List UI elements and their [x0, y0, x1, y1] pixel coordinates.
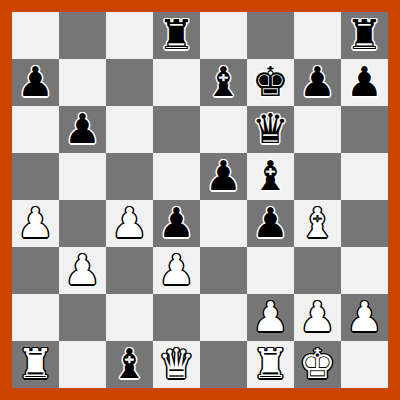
square-e5[interactable]: ♟	[200, 153, 247, 200]
piece-black-pawn-a7[interactable]: ♟	[12, 59, 59, 106]
square-a5[interactable]	[12, 153, 59, 200]
square-a6[interactable]	[12, 106, 59, 153]
square-d2[interactable]	[153, 294, 200, 341]
piece-white-pawn-b3[interactable]: ♟	[59, 247, 106, 294]
square-h4[interactable]	[341, 200, 388, 247]
square-a7[interactable]: ♟	[12, 59, 59, 106]
square-c5[interactable]	[106, 153, 153, 200]
square-h3[interactable]	[341, 247, 388, 294]
square-b4[interactable]	[59, 200, 106, 247]
square-c7[interactable]	[106, 59, 153, 106]
piece-white-pawn-f2[interactable]: ♟	[247, 294, 294, 341]
square-b2[interactable]	[59, 294, 106, 341]
chess-board: ♜♜♟♝♚♟♟♟♛♟♝♟♟♟♟♝♟♟♟♟♟♜♝♛♜♚	[12, 12, 388, 388]
square-c4[interactable]: ♟	[106, 200, 153, 247]
square-b5[interactable]	[59, 153, 106, 200]
square-f3[interactable]	[247, 247, 294, 294]
square-f7[interactable]: ♚	[247, 59, 294, 106]
piece-white-pawn-d3[interactable]: ♟	[153, 247, 200, 294]
piece-white-rook-a1[interactable]: ♜	[12, 341, 59, 388]
square-e6[interactable]	[200, 106, 247, 153]
square-d4[interactable]: ♟	[153, 200, 200, 247]
square-a3[interactable]	[12, 247, 59, 294]
square-c8[interactable]	[106, 12, 153, 59]
piece-white-pawn-g2[interactable]: ♟	[294, 294, 341, 341]
piece-black-pawn-e5[interactable]: ♟	[200, 153, 247, 200]
square-c3[interactable]	[106, 247, 153, 294]
square-d6[interactable]	[153, 106, 200, 153]
square-c1[interactable]: ♝	[106, 341, 153, 388]
square-f6[interactable]: ♛	[247, 106, 294, 153]
piece-white-pawn-c4[interactable]: ♟	[106, 200, 153, 247]
square-g6[interactable]	[294, 106, 341, 153]
square-e8[interactable]	[200, 12, 247, 59]
square-a1[interactable]: ♜	[12, 341, 59, 388]
square-a2[interactable]	[12, 294, 59, 341]
board-frame: ♜♜♟♝♚♟♟♟♛♟♝♟♟♟♟♝♟♟♟♟♟♜♝♛♜♚	[0, 0, 400, 400]
square-d8[interactable]: ♜	[153, 12, 200, 59]
square-h5[interactable]	[341, 153, 388, 200]
piece-white-king-g1[interactable]: ♚	[294, 341, 341, 388]
square-b7[interactable]	[59, 59, 106, 106]
square-b3[interactable]: ♟	[59, 247, 106, 294]
square-f8[interactable]	[247, 12, 294, 59]
square-h2[interactable]: ♟	[341, 294, 388, 341]
square-h8[interactable]: ♜	[341, 12, 388, 59]
piece-black-bishop-f5[interactable]: ♝	[247, 153, 294, 200]
square-d1[interactable]: ♛	[153, 341, 200, 388]
square-d5[interactable]	[153, 153, 200, 200]
square-e1[interactable]	[200, 341, 247, 388]
piece-black-king-f7[interactable]: ♚	[247, 59, 294, 106]
square-e7[interactable]: ♝	[200, 59, 247, 106]
piece-black-bishop-e7[interactable]: ♝	[200, 59, 247, 106]
square-e4[interactable]	[200, 200, 247, 247]
square-e2[interactable]	[200, 294, 247, 341]
piece-white-pawn-a4[interactable]: ♟	[12, 200, 59, 247]
square-g5[interactable]	[294, 153, 341, 200]
piece-black-rook-d8[interactable]: ♜	[153, 12, 200, 59]
piece-black-pawn-h7[interactable]: ♟	[341, 59, 388, 106]
square-b1[interactable]	[59, 341, 106, 388]
square-g8[interactable]	[294, 12, 341, 59]
piece-black-pawn-g7[interactable]: ♟	[294, 59, 341, 106]
piece-white-bishop-g4[interactable]: ♝	[294, 200, 341, 247]
square-b8[interactable]	[59, 12, 106, 59]
piece-black-pawn-b6[interactable]: ♟	[59, 106, 106, 153]
square-g1[interactable]: ♚	[294, 341, 341, 388]
piece-black-queen-f6[interactable]: ♛	[247, 106, 294, 153]
piece-black-rook-h8[interactable]: ♜	[341, 12, 388, 59]
square-h7[interactable]: ♟	[341, 59, 388, 106]
square-e3[interactable]	[200, 247, 247, 294]
piece-black-pawn-f4[interactable]: ♟	[247, 200, 294, 247]
square-c2[interactable]	[106, 294, 153, 341]
piece-white-rook-f1[interactable]: ♜	[247, 341, 294, 388]
piece-white-pawn-h2[interactable]: ♟	[341, 294, 388, 341]
square-g2[interactable]: ♟	[294, 294, 341, 341]
square-c6[interactable]	[106, 106, 153, 153]
square-f1[interactable]: ♜	[247, 341, 294, 388]
square-h1[interactable]	[341, 341, 388, 388]
piece-black-pawn-d4[interactable]: ♟	[153, 200, 200, 247]
piece-white-queen-d1[interactable]: ♛	[153, 341, 200, 388]
square-g4[interactable]: ♝	[294, 200, 341, 247]
square-h6[interactable]	[341, 106, 388, 153]
piece-black-bishop-c1[interactable]: ♝	[106, 341, 153, 388]
square-d3[interactable]: ♟	[153, 247, 200, 294]
square-g7[interactable]: ♟	[294, 59, 341, 106]
square-f4[interactable]: ♟	[247, 200, 294, 247]
square-f5[interactable]: ♝	[247, 153, 294, 200]
square-g3[interactable]	[294, 247, 341, 294]
square-a8[interactable]	[12, 12, 59, 59]
square-b6[interactable]: ♟	[59, 106, 106, 153]
square-f2[interactable]: ♟	[247, 294, 294, 341]
square-d7[interactable]	[153, 59, 200, 106]
square-a4[interactable]: ♟	[12, 200, 59, 247]
